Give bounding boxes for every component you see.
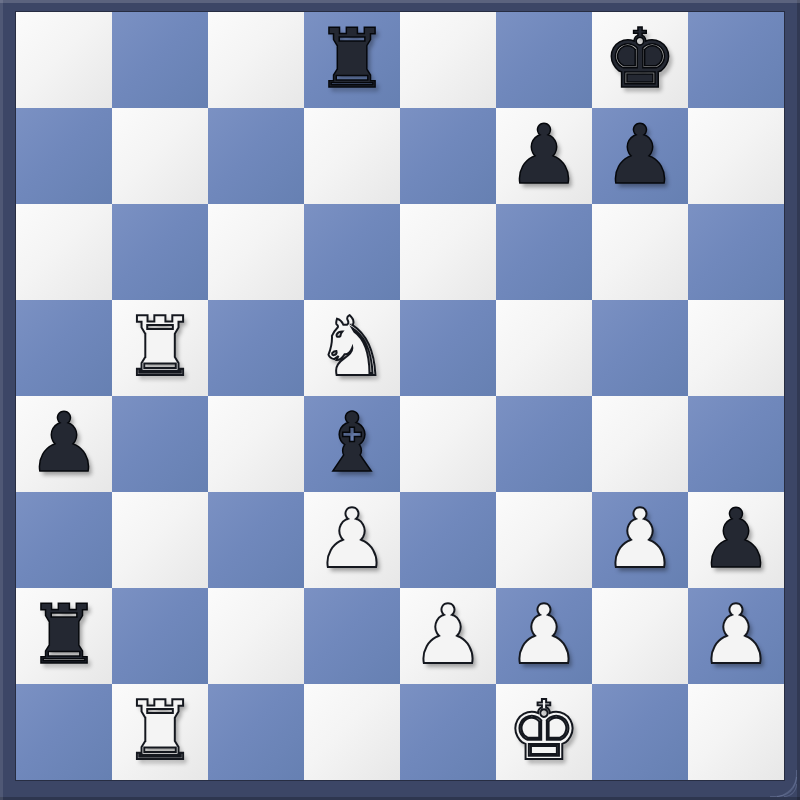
square-c7[interactable]: [208, 108, 304, 204]
square-a4[interactable]: ♟: [16, 396, 112, 492]
piece-white-rook-b1[interactable]: ♜: [112, 684, 208, 780]
piece-white-king-f1[interactable]: ♚: [496, 684, 592, 780]
chess-board: ♜♚♟♟♜♞♟♝♟♟♟♜♟♟♟♜♚: [16, 12, 784, 780]
square-e4[interactable]: [400, 396, 496, 492]
piece-black-rook-a2[interactable]: ♜: [16, 588, 112, 684]
square-b5[interactable]: ♜: [112, 300, 208, 396]
piece-black-rook-d8[interactable]: ♜: [304, 12, 400, 108]
square-e2[interactable]: ♟: [400, 588, 496, 684]
square-d8[interactable]: ♜: [304, 12, 400, 108]
square-a8[interactable]: [16, 12, 112, 108]
square-e5[interactable]: [400, 300, 496, 396]
piece-black-pawn-f7[interactable]: ♟: [496, 108, 592, 204]
square-e3[interactable]: [400, 492, 496, 588]
square-c4[interactable]: [208, 396, 304, 492]
square-c6[interactable]: [208, 204, 304, 300]
square-h7[interactable]: [688, 108, 784, 204]
square-b8[interactable]: [112, 12, 208, 108]
square-h8[interactable]: [688, 12, 784, 108]
square-f6[interactable]: [496, 204, 592, 300]
square-f1[interactable]: ♚: [496, 684, 592, 780]
square-b6[interactable]: [112, 204, 208, 300]
piece-black-pawn-g7[interactable]: ♟: [592, 108, 688, 204]
square-e1[interactable]: [400, 684, 496, 780]
piece-white-pawn-g3[interactable]: ♟: [592, 492, 688, 588]
square-d2[interactable]: [304, 588, 400, 684]
square-a3[interactable]: [16, 492, 112, 588]
square-g5[interactable]: [592, 300, 688, 396]
square-d1[interactable]: [304, 684, 400, 780]
board-frame: ♜♚♟♟♜♞♟♝♟♟♟♜♟♟♟♜♚: [0, 0, 800, 800]
square-d3[interactable]: ♟: [304, 492, 400, 588]
square-b2[interactable]: [112, 588, 208, 684]
square-g3[interactable]: ♟: [592, 492, 688, 588]
square-c2[interactable]: [208, 588, 304, 684]
square-b1[interactable]: ♜: [112, 684, 208, 780]
square-a6[interactable]: [16, 204, 112, 300]
square-g8[interactable]: ♚: [592, 12, 688, 108]
square-a2[interactable]: ♜: [16, 588, 112, 684]
square-b3[interactable]: [112, 492, 208, 588]
square-h5[interactable]: [688, 300, 784, 396]
piece-white-pawn-f2[interactable]: ♟: [496, 588, 592, 684]
piece-white-rook-b5[interactable]: ♜: [112, 300, 208, 396]
square-f8[interactable]: [496, 12, 592, 108]
piece-black-bishop-d4[interactable]: ♝: [304, 396, 400, 492]
piece-black-king-g8[interactable]: ♚: [592, 12, 688, 108]
square-f2[interactable]: ♟: [496, 588, 592, 684]
square-g2[interactable]: [592, 588, 688, 684]
square-b4[interactable]: [112, 396, 208, 492]
square-a5[interactable]: [16, 300, 112, 396]
piece-black-pawn-a4[interactable]: ♟: [16, 396, 112, 492]
square-c5[interactable]: [208, 300, 304, 396]
square-h4[interactable]: [688, 396, 784, 492]
piece-white-knight-d5[interactable]: ♞: [304, 300, 400, 396]
square-h6[interactable]: [688, 204, 784, 300]
square-a7[interactable]: [16, 108, 112, 204]
square-d4[interactable]: ♝: [304, 396, 400, 492]
square-e8[interactable]: [400, 12, 496, 108]
square-c1[interactable]: [208, 684, 304, 780]
square-g1[interactable]: [592, 684, 688, 780]
square-g6[interactable]: [592, 204, 688, 300]
piece-white-pawn-h2[interactable]: ♟: [688, 588, 784, 684]
square-e7[interactable]: [400, 108, 496, 204]
square-b7[interactable]: [112, 108, 208, 204]
piece-black-pawn-h3[interactable]: ♟: [688, 492, 784, 588]
piece-white-pawn-e2[interactable]: ♟: [400, 588, 496, 684]
square-e6[interactable]: [400, 204, 496, 300]
piece-white-pawn-d3[interactable]: ♟: [304, 492, 400, 588]
square-d5[interactable]: ♞: [304, 300, 400, 396]
square-c3[interactable]: [208, 492, 304, 588]
square-f5[interactable]: [496, 300, 592, 396]
square-g7[interactable]: ♟: [592, 108, 688, 204]
square-g4[interactable]: [592, 396, 688, 492]
square-h2[interactable]: ♟: [688, 588, 784, 684]
square-c8[interactable]: [208, 12, 304, 108]
square-h1[interactable]: [688, 684, 784, 780]
square-d6[interactable]: [304, 204, 400, 300]
square-h3[interactable]: ♟: [688, 492, 784, 588]
square-f3[interactable]: [496, 492, 592, 588]
square-f7[interactable]: ♟: [496, 108, 592, 204]
square-f4[interactable]: [496, 396, 592, 492]
square-a1[interactable]: [16, 684, 112, 780]
square-d7[interactable]: [304, 108, 400, 204]
